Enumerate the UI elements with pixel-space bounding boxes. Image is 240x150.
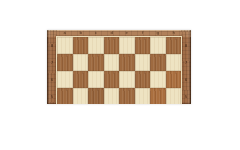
square-c8 <box>88 37 104 54</box>
square-c7 <box>88 54 104 71</box>
square-f8 <box>135 37 151 54</box>
square-h5 <box>166 88 182 104</box>
square-g8 <box>150 37 166 54</box>
square-h6 <box>166 71 182 88</box>
square-e8 <box>119 37 135 54</box>
board-border-right <box>181 30 191 104</box>
square-g7 <box>150 54 166 71</box>
board-border-left <box>47 30 57 104</box>
square-e5 <box>119 88 135 104</box>
square-a6 <box>57 71 73 88</box>
square-e6 <box>119 71 135 88</box>
square-b8 <box>73 37 89 54</box>
square-b5 <box>73 88 89 104</box>
square-e7 <box>119 54 135 71</box>
square-b6 <box>73 71 89 88</box>
board-border-top <box>47 30 191 37</box>
square-h7 <box>166 54 182 71</box>
board-squares-grid <box>57 37 181 104</box>
square-h8 <box>166 37 182 54</box>
square-a8 <box>57 37 73 54</box>
square-f6 <box>135 71 151 88</box>
square-f7 <box>135 54 151 71</box>
square-a5 <box>57 88 73 104</box>
square-b7 <box>73 54 89 71</box>
square-d5 <box>104 88 120 104</box>
square-d7 <box>104 54 120 71</box>
square-c5 <box>88 88 104 104</box>
square-g5 <box>150 88 166 104</box>
product-photo-canvas: abcdefgh 8765 8765 <box>0 0 240 150</box>
square-c6 <box>88 71 104 88</box>
chessboard: abcdefgh 8765 8765 <box>47 30 191 104</box>
square-g6 <box>150 71 166 88</box>
square-d8 <box>104 37 120 54</box>
square-a7 <box>57 54 73 71</box>
square-d6 <box>104 71 120 88</box>
square-f5 <box>135 88 151 104</box>
